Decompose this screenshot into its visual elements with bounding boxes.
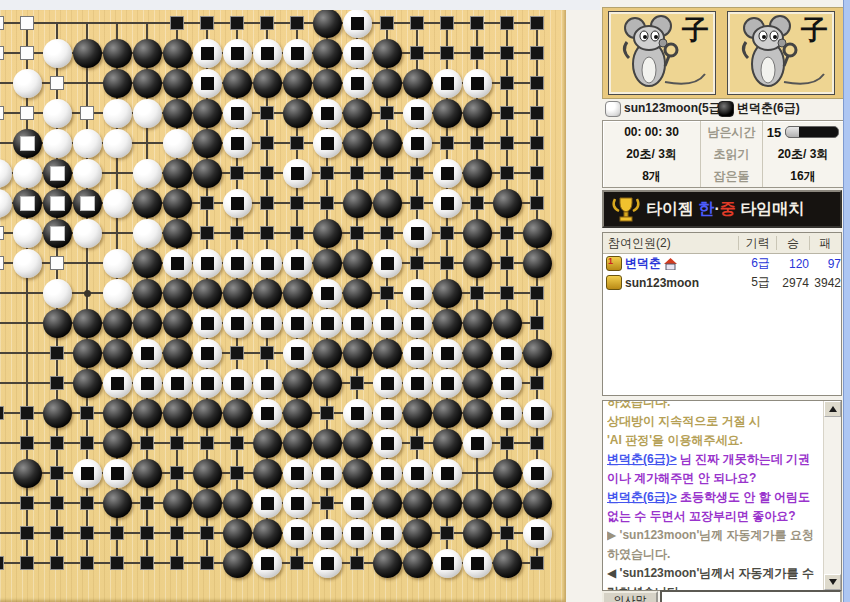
dead-white-stone[interactable] <box>343 399 372 428</box>
greeting-button[interactable]: 인사말 <box>602 591 658 602</box>
chat-scrollbar[interactable] <box>823 401 841 590</box>
black-territory-marker[interactable] <box>500 46 514 60</box>
black-stone[interactable] <box>343 249 372 278</box>
black-stone[interactable] <box>283 369 312 398</box>
black-stone[interactable] <box>133 459 162 488</box>
black-stone[interactable] <box>493 189 522 218</box>
black-stone[interactable] <box>103 309 132 338</box>
dead-white-stone[interactable] <box>253 309 282 338</box>
black-stone[interactable] <box>373 129 402 158</box>
black-stone[interactable] <box>43 309 72 338</box>
black-stone[interactable] <box>103 39 132 68</box>
dead-white-stone[interactable] <box>433 189 462 218</box>
dead-white-stone[interactable] <box>283 309 312 338</box>
dead-white-stone[interactable] <box>403 279 432 308</box>
black-territory-marker[interactable] <box>50 466 64 480</box>
black-stone[interactable] <box>343 279 372 308</box>
black-stone[interactable] <box>463 369 492 398</box>
black-stone[interactable] <box>283 399 312 428</box>
dead-white-stone[interactable] <box>373 429 402 458</box>
black-stone[interactable] <box>343 99 372 128</box>
black-stone[interactable] <box>463 249 492 278</box>
white-territory-marker[interactable] <box>80 106 94 120</box>
black-stone[interactable] <box>463 99 492 128</box>
black-territory-marker[interactable] <box>200 556 214 570</box>
black-territory-marker[interactable] <box>470 196 484 210</box>
dead-white-stone[interactable] <box>523 399 552 428</box>
black-stone[interactable] <box>43 399 72 428</box>
black-territory-marker[interactable] <box>530 196 544 210</box>
dead-white-stone[interactable] <box>403 219 432 248</box>
black-territory-marker[interactable] <box>170 466 184 480</box>
black-territory-marker[interactable] <box>500 526 514 540</box>
black-stone[interactable] <box>283 279 312 308</box>
black-territory-marker[interactable] <box>170 16 184 30</box>
black-stone[interactable] <box>223 489 252 518</box>
black-stone[interactable] <box>463 519 492 548</box>
dead-white-stone[interactable] <box>283 39 312 68</box>
player-row[interactable]: 1변덕춘6급12097 <box>603 254 841 273</box>
dead-white-stone[interactable] <box>463 69 492 98</box>
black-stone[interactable] <box>523 489 552 518</box>
black-territory-marker[interactable] <box>200 16 214 30</box>
black-stone[interactable] <box>463 219 492 248</box>
black-territory-marker[interactable] <box>530 316 544 330</box>
black-stone[interactable] <box>343 129 372 158</box>
black-stone[interactable] <box>343 429 372 458</box>
black-stone[interactable] <box>493 459 522 488</box>
dead-white-stone[interactable] <box>253 39 282 68</box>
white-stone[interactable] <box>43 39 72 68</box>
black-stone[interactable] <box>163 189 192 218</box>
dead-white-stone[interactable] <box>283 489 312 518</box>
black-stone[interactable] <box>163 279 192 308</box>
dead-black-stone[interactable] <box>43 159 72 188</box>
black-territory-marker[interactable] <box>530 76 544 90</box>
black-stone[interactable] <box>253 429 282 458</box>
white-stone[interactable] <box>103 279 132 308</box>
black-territory-marker[interactable] <box>350 166 364 180</box>
white-stone[interactable] <box>43 279 72 308</box>
black-territory-marker[interactable] <box>500 286 514 300</box>
dead-white-stone[interactable] <box>313 549 342 578</box>
black-stone[interactable] <box>313 69 342 98</box>
black-stone[interactable] <box>253 69 282 98</box>
black-stone[interactable] <box>313 339 342 368</box>
chat-area[interactable]: 하셨습니다.상대방이 지속적으로 거절 시'AI 판정'을 이용해주세요.변덕춘… <box>602 400 842 591</box>
dead-white-stone[interactable] <box>193 369 222 398</box>
black-territory-marker[interactable] <box>260 16 274 30</box>
black-stone[interactable] <box>313 429 342 458</box>
black-territory-marker[interactable] <box>50 376 64 390</box>
black-stone[interactable] <box>103 69 132 98</box>
dead-white-stone[interactable] <box>313 279 342 308</box>
black-stone[interactable] <box>73 369 102 398</box>
black-stone[interactable] <box>103 429 132 458</box>
dead-white-stone[interactable] <box>433 549 462 578</box>
black-stone[interactable] <box>403 489 432 518</box>
black-stone[interactable] <box>313 219 342 248</box>
white-stone[interactable] <box>133 159 162 188</box>
dead-white-stone[interactable] <box>193 339 222 368</box>
black-stone[interactable] <box>373 39 402 68</box>
white-stone[interactable] <box>103 99 132 128</box>
black-territory-marker[interactable] <box>20 526 34 540</box>
dead-white-stone[interactable] <box>403 99 432 128</box>
white-stone[interactable] <box>103 189 132 218</box>
dead-white-stone[interactable] <box>283 459 312 488</box>
black-territory-marker[interactable] <box>350 376 364 390</box>
black-stone[interactable] <box>463 489 492 518</box>
dead-white-stone[interactable] <box>313 99 342 128</box>
black-stone[interactable] <box>223 279 252 308</box>
dead-white-stone[interactable] <box>223 309 252 338</box>
black-stone[interactable] <box>373 69 402 98</box>
black-territory-marker[interactable] <box>170 526 184 540</box>
black-stone[interactable] <box>523 249 552 278</box>
black-stone[interactable] <box>313 369 342 398</box>
black-territory-marker[interactable] <box>170 436 184 450</box>
black-stone[interactable] <box>433 489 462 518</box>
black-territory-marker[interactable] <box>530 16 544 30</box>
black-stone[interactable] <box>373 549 402 578</box>
black-stone[interactable] <box>223 69 252 98</box>
black-territory-marker[interactable] <box>80 556 94 570</box>
dead-white-stone[interactable] <box>433 69 462 98</box>
white-stone[interactable] <box>73 129 102 158</box>
dead-white-stone[interactable] <box>343 39 372 68</box>
black-territory-marker[interactable] <box>320 166 334 180</box>
black-territory-marker[interactable] <box>500 226 514 240</box>
dead-white-stone[interactable] <box>283 159 312 188</box>
black-territory-marker[interactable] <box>50 526 64 540</box>
black-territory-marker[interactable] <box>200 196 214 210</box>
black-territory-marker[interactable] <box>260 106 274 120</box>
black-stone[interactable] <box>493 549 522 578</box>
dead-white-stone[interactable] <box>343 309 372 338</box>
black-territory-marker[interactable] <box>530 436 544 450</box>
white-territory-marker[interactable] <box>20 16 34 30</box>
white-territory-marker[interactable] <box>50 256 64 270</box>
dead-white-stone[interactable] <box>313 129 342 158</box>
black-territory-marker[interactable] <box>530 286 544 300</box>
black-territory-marker[interactable] <box>470 286 484 300</box>
black-territory-marker[interactable] <box>0 556 4 570</box>
black-territory-marker[interactable] <box>260 226 274 240</box>
black-stone[interactable] <box>193 489 222 518</box>
white-stone[interactable] <box>103 129 132 158</box>
black-stone[interactable] <box>493 489 522 518</box>
scroll-down-button[interactable] <box>824 574 841 590</box>
white-territory-marker[interactable] <box>20 46 34 60</box>
black-stone[interactable] <box>433 309 462 338</box>
dead-white-stone[interactable] <box>373 519 402 548</box>
black-territory-marker[interactable] <box>500 166 514 180</box>
black-stone[interactable] <box>463 399 492 428</box>
black-territory-marker[interactable] <box>290 16 304 30</box>
black-territory-marker[interactable] <box>530 106 544 120</box>
black-territory-marker[interactable] <box>530 46 544 60</box>
black-territory-marker[interactable] <box>80 496 94 510</box>
dead-white-stone[interactable] <box>463 549 492 578</box>
dead-white-stone[interactable] <box>223 249 252 278</box>
black-stone[interactable] <box>193 279 222 308</box>
dead-white-stone[interactable] <box>193 249 222 278</box>
black-territory-marker[interactable] <box>500 76 514 90</box>
black-territory-marker[interactable] <box>500 256 514 270</box>
dead-white-stone[interactable] <box>373 309 402 338</box>
dead-white-stone[interactable] <box>373 399 402 428</box>
black-stone[interactable] <box>163 99 192 128</box>
black-territory-marker[interactable] <box>140 436 154 450</box>
black-stone[interactable] <box>193 129 222 158</box>
black-stone[interactable] <box>193 399 222 428</box>
dead-white-stone[interactable] <box>103 369 132 398</box>
black-stone[interactable] <box>223 519 252 548</box>
white-territory-marker[interactable] <box>0 16 4 30</box>
dead-white-stone[interactable] <box>223 129 252 158</box>
black-stone[interactable] <box>73 39 102 68</box>
black-stone[interactable] <box>103 489 132 518</box>
dead-white-stone[interactable] <box>523 459 552 488</box>
black-stone[interactable] <box>283 69 312 98</box>
black-territory-marker[interactable] <box>380 226 394 240</box>
black-territory-marker[interactable] <box>80 436 94 450</box>
black-territory-marker[interactable] <box>20 406 34 420</box>
black-territory-marker[interactable] <box>410 256 424 270</box>
black-stone[interactable] <box>253 519 282 548</box>
black-stone[interactable] <box>103 399 132 428</box>
white-stone[interactable] <box>13 249 42 278</box>
dead-white-stone[interactable] <box>403 129 432 158</box>
black-territory-marker[interactable] <box>50 346 64 360</box>
black-territory-marker[interactable] <box>230 16 244 30</box>
black-stone[interactable] <box>163 69 192 98</box>
dead-white-stone[interactable] <box>223 99 252 128</box>
dead-white-stone[interactable] <box>133 339 162 368</box>
black-territory-marker[interactable] <box>350 226 364 240</box>
black-territory-marker[interactable] <box>50 556 64 570</box>
black-territory-marker[interactable] <box>320 196 334 210</box>
black-territory-marker[interactable] <box>110 556 124 570</box>
black-territory-marker[interactable] <box>140 556 154 570</box>
black-stone[interactable] <box>403 69 432 98</box>
chat-input[interactable] <box>660 590 842 602</box>
dead-white-stone[interactable] <box>433 459 462 488</box>
black-stone[interactable] <box>523 339 552 368</box>
dead-white-stone[interactable] <box>313 459 342 488</box>
black-territory-marker[interactable] <box>140 526 154 540</box>
black-territory-marker[interactable] <box>290 136 304 150</box>
black-stone[interactable] <box>313 249 342 278</box>
black-stone[interactable] <box>433 99 462 128</box>
go-board[interactable] <box>0 10 566 602</box>
black-territory-marker[interactable] <box>380 166 394 180</box>
black-stone[interactable] <box>133 69 162 98</box>
black-territory-marker[interactable] <box>500 136 514 150</box>
black-stone[interactable] <box>433 429 462 458</box>
white-stone[interactable] <box>73 219 102 248</box>
dead-black-stone[interactable] <box>13 189 42 218</box>
black-territory-marker[interactable] <box>530 136 544 150</box>
dead-white-stone[interactable] <box>403 309 432 338</box>
black-territory-marker[interactable] <box>290 196 304 210</box>
black-stone[interactable] <box>163 399 192 428</box>
black-stone[interactable] <box>343 459 372 488</box>
dead-white-stone[interactable] <box>343 519 372 548</box>
black-stone[interactable] <box>193 99 222 128</box>
black-stone[interactable] <box>403 549 432 578</box>
black-territory-marker[interactable] <box>500 106 514 120</box>
dead-white-stone[interactable] <box>343 489 372 518</box>
black-territory-marker[interactable] <box>440 16 454 30</box>
dead-white-stone[interactable] <box>163 249 192 278</box>
white-stone[interactable] <box>133 219 162 248</box>
dead-white-stone[interactable] <box>193 39 222 68</box>
dead-black-stone[interactable] <box>43 189 72 218</box>
black-territory-marker[interactable] <box>440 46 454 60</box>
black-stone[interactable] <box>133 309 162 338</box>
dead-white-stone[interactable] <box>343 69 372 98</box>
black-stone[interactable] <box>373 339 402 368</box>
black-stone[interactable] <box>403 519 432 548</box>
black-stone[interactable] <box>253 459 282 488</box>
black-territory-marker[interactable] <box>260 196 274 210</box>
black-stone[interactable] <box>283 429 312 458</box>
black-stone[interactable] <box>433 279 462 308</box>
black-territory-marker[interactable] <box>200 436 214 450</box>
black-territory-marker[interactable] <box>290 226 304 240</box>
white-stone[interactable] <box>43 99 72 128</box>
white-stone[interactable] <box>73 159 102 188</box>
black-stone[interactable] <box>133 399 162 428</box>
black-territory-marker[interactable] <box>440 256 454 270</box>
black-territory-marker[interactable] <box>0 406 4 420</box>
black-stone[interactable] <box>163 39 192 68</box>
black-stone[interactable] <box>13 459 42 488</box>
white-stone[interactable] <box>13 219 42 248</box>
black-territory-marker[interactable] <box>380 286 394 300</box>
dead-white-stone[interactable] <box>253 489 282 518</box>
black-territory-marker[interactable] <box>80 406 94 420</box>
black-territory-marker[interactable] <box>500 436 514 450</box>
black-territory-marker[interactable] <box>230 346 244 360</box>
white-territory-marker[interactable] <box>20 106 34 120</box>
dead-white-stone[interactable] <box>193 69 222 98</box>
black-stone[interactable] <box>313 39 342 68</box>
black-territory-marker[interactable] <box>230 436 244 450</box>
black-stone[interactable] <box>73 309 102 338</box>
dead-white-stone[interactable] <box>373 459 402 488</box>
black-territory-marker[interactable] <box>260 166 274 180</box>
dead-white-stone[interactable] <box>493 339 522 368</box>
black-territory-marker[interactable] <box>170 556 184 570</box>
event-banner[interactable]: 타이젬 한·중 타임매치 <box>602 190 842 228</box>
black-territory-marker[interactable] <box>410 16 424 30</box>
black-stone[interactable] <box>73 339 102 368</box>
black-territory-marker[interactable] <box>20 436 34 450</box>
black-stone[interactable] <box>373 189 402 218</box>
dead-white-stone[interactable] <box>223 189 252 218</box>
dead-white-stone[interactable] <box>403 339 432 368</box>
white-stone[interactable] <box>133 99 162 128</box>
dead-white-stone[interactable] <box>133 369 162 398</box>
white-territory-marker[interactable] <box>0 256 4 270</box>
dead-white-stone[interactable] <box>283 249 312 278</box>
black-stone[interactable] <box>343 189 372 218</box>
black-territory-marker[interactable] <box>470 46 484 60</box>
black-territory-marker[interactable] <box>440 136 454 150</box>
dead-white-stone[interactable] <box>253 369 282 398</box>
black-territory-marker[interactable] <box>200 226 214 240</box>
dead-white-stone[interactable] <box>403 369 432 398</box>
white-territory-marker[interactable] <box>0 106 4 120</box>
black-stone[interactable] <box>313 10 342 38</box>
black-stone[interactable] <box>163 219 192 248</box>
black-stone[interactable] <box>463 309 492 338</box>
black-territory-marker[interactable] <box>260 346 274 360</box>
black-stone[interactable] <box>373 489 402 518</box>
black-stone[interactable] <box>133 39 162 68</box>
black-territory-marker[interactable] <box>260 136 274 150</box>
black-territory-marker[interactable] <box>410 436 424 450</box>
black-stone[interactable] <box>193 459 222 488</box>
dead-white-stone[interactable] <box>373 369 402 398</box>
black-territory-marker[interactable] <box>110 526 124 540</box>
black-stone[interactable] <box>253 279 282 308</box>
white-stone[interactable] <box>43 129 72 158</box>
dead-white-stone[interactable] <box>223 369 252 398</box>
dead-white-stone[interactable] <box>253 249 282 278</box>
black-territory-marker[interactable] <box>500 16 514 30</box>
dead-white-stone[interactable] <box>493 369 522 398</box>
dead-white-stone[interactable] <box>253 549 282 578</box>
black-stone[interactable] <box>163 309 192 338</box>
black-stone[interactable] <box>523 219 552 248</box>
black-territory-marker[interactable] <box>50 496 64 510</box>
dead-white-stone[interactable] <box>433 159 462 188</box>
black-stone[interactable] <box>133 279 162 308</box>
black-stone[interactable] <box>163 339 192 368</box>
dead-white-stone[interactable] <box>373 249 402 278</box>
dead-white-stone[interactable] <box>463 429 492 458</box>
black-stone[interactable] <box>463 339 492 368</box>
black-territory-marker[interactable] <box>80 526 94 540</box>
white-territory-marker[interactable] <box>0 226 4 240</box>
black-stone[interactable] <box>403 399 432 428</box>
dead-white-stone[interactable] <box>343 10 372 38</box>
dead-white-stone[interactable] <box>223 39 252 68</box>
dead-white-stone[interactable] <box>313 519 342 548</box>
black-territory-marker[interactable] <box>320 406 334 420</box>
black-territory-marker[interactable] <box>200 526 214 540</box>
black-stone[interactable] <box>493 309 522 338</box>
black-territory-marker[interactable] <box>230 166 244 180</box>
black-territory-marker[interactable] <box>530 376 544 390</box>
dead-white-stone[interactable] <box>193 309 222 338</box>
dead-white-stone[interactable] <box>163 369 192 398</box>
white-stone[interactable] <box>0 189 12 218</box>
black-stone[interactable] <box>223 399 252 428</box>
dead-white-stone[interactable] <box>313 309 342 338</box>
white-stone[interactable] <box>163 129 192 158</box>
scroll-up-button[interactable] <box>824 401 841 417</box>
black-stone[interactable] <box>283 99 312 128</box>
dead-white-stone[interactable] <box>103 459 132 488</box>
black-territory-marker[interactable] <box>230 226 244 240</box>
white-stone[interactable] <box>103 249 132 278</box>
white-territory-marker[interactable] <box>50 76 64 90</box>
